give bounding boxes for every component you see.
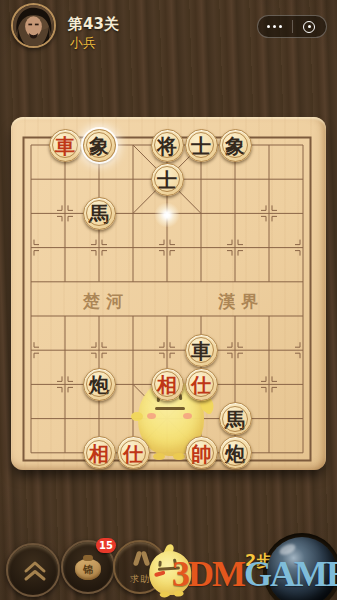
chick-foot [173, 590, 183, 597]
dot-icon [273, 25, 276, 28]
hint-bag-button[interactable]: 锦 15 [61, 540, 115, 594]
piece-red-general[interactable]: 帥 [185, 436, 218, 469]
piece-black-elephant[interactable]: 象 [219, 129, 252, 162]
piece-black-cannon[interactable]: 炮 [219, 436, 252, 469]
piece-red-advisor[interactable]: 仕 [185, 368, 218, 401]
chick-eye [158, 561, 161, 567]
close-miniprogram-button[interactable] [293, 16, 327, 37]
piece-red-elephant[interactable]: 相 [83, 436, 116, 469]
xiangqi-board[interactable]: 楚河 漢界 車象将士象士馬車炮相仕馬相仕帥炮 ✦ [11, 117, 326, 470]
piece-black-general[interactable]: 将 [151, 129, 184, 162]
double-chevron-up-icon [20, 556, 50, 586]
board-pieces: 車象将士象士馬車炮相仕馬相仕帥炮 [11, 117, 326, 470]
piece-red-elephant[interactable]: 相 [151, 368, 184, 401]
player-rank-label: 小兵 [70, 34, 96, 52]
black-sphere-bowl[interactable] [267, 537, 337, 600]
expand-menu-button[interactable] [6, 543, 60, 597]
money-bag-icon: 锦 [75, 559, 101, 580]
wechat-capsule [257, 15, 327, 38]
piece-black-elephant[interactable]: 象 [83, 129, 116, 162]
hint-count-badge: 15 [96, 538, 116, 553]
dot-icon [279, 25, 282, 28]
player-avatar[interactable] [11, 3, 56, 48]
piece-red-chariot[interactable]: 車 [49, 129, 82, 162]
chick-foot [159, 591, 169, 598]
piece-black-horse[interactable]: 馬 [219, 402, 252, 435]
target-circle-icon [303, 21, 315, 33]
more-menu-button[interactable] [258, 16, 292, 37]
mascot-chick-small [144, 542, 198, 597]
avatar-portrait [13, 5, 54, 46]
app-root: { "game": "xiangqi", "position": "1Rb1ka… [0, 0, 337, 600]
piece-black-horse[interactable]: 馬 [83, 197, 116, 230]
dot-icon [267, 25, 270, 28]
piece-black-chariot[interactable]: 車 [185, 334, 218, 367]
level-title: 第43关 [68, 15, 119, 34]
piece-black-cannon[interactable]: 炮 [83, 368, 116, 401]
piece-red-advisor[interactable]: 仕 [117, 436, 150, 469]
piece-black-advisor[interactable]: 士 [185, 129, 218, 162]
piece-black-advisor[interactable]: 士 [151, 163, 184, 196]
